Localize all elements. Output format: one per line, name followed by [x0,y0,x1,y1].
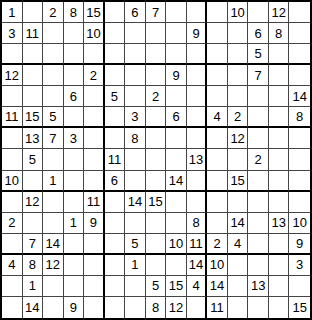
cell-r9c5[interactable] [84,171,105,192]
cell-r2c8[interactable] [146,23,167,44]
cell-r4c5: 2 [84,65,105,86]
cell-r3c14[interactable] [269,44,290,65]
cell-r4c12[interactable] [228,65,249,86]
cell-r4c1: 12 [2,65,23,86]
cell-r8c15[interactable] [289,149,310,170]
cell-r5c14[interactable] [269,86,290,107]
cell-r9c11[interactable] [207,171,228,192]
cell-r6c12: 2 [228,107,249,128]
cell-r14c3[interactable] [43,276,64,297]
cell-r12c14[interactable] [269,234,290,255]
cell-r2c10: 9 [187,23,208,44]
cell-r5c13[interactable] [248,86,269,107]
cell-r7c10[interactable] [187,128,208,149]
cell-r2c14: 8 [269,23,290,44]
cell-r8c14[interactable] [269,149,290,170]
cell-r9c6: 6 [105,171,126,192]
cell-r9c4[interactable] [64,171,85,192]
cell-r3c4[interactable] [64,44,85,65]
cell-r12c4[interactable] [64,234,85,255]
cell-r12c13[interactable] [248,234,269,255]
cell-r12c6[interactable] [105,234,126,255]
cell-r12c9: 10 [166,234,187,255]
cell-r1c11[interactable] [207,2,228,23]
cell-r10c6[interactable] [105,192,126,213]
cell-r6c5[interactable] [84,107,105,128]
cell-r7c13[interactable] [248,128,269,149]
cell-r8c8[interactable] [146,149,167,170]
cell-r1c6[interactable] [105,2,126,23]
cell-r12c3: 14 [43,234,64,255]
cell-r13c15: 3 [289,255,310,276]
cell-r2c12[interactable] [228,23,249,44]
cell-r6c4[interactable] [64,107,85,128]
cell-r6c13[interactable] [248,107,269,128]
cell-r15c1[interactable] [2,297,23,318]
cell-r5c10[interactable] [187,86,208,107]
cell-r14c10: 4 [187,276,208,297]
cell-r10c13[interactable] [248,192,269,213]
cell-r7c4: 3 [64,128,85,149]
cell-r9c12: 15 [228,171,249,192]
cell-r15c12[interactable] [228,297,249,318]
cell-r11c6[interactable] [105,213,126,234]
cell-r15c6[interactable] [105,297,126,318]
cell-r9c14[interactable] [269,171,290,192]
cell-r15c15: 15 [289,297,310,318]
cell-r7c2: 13 [23,128,44,149]
cell-r7c12: 12 [228,128,249,149]
cell-r10c9[interactable] [166,192,187,213]
cell-r1c1: 1 [2,2,23,23]
cell-r11c4: 1 [64,213,85,234]
cell-r12c15: 9 [289,234,310,255]
cell-r14c15[interactable] [289,276,310,297]
cell-r11c10: 8 [187,213,208,234]
cell-r4c7[interactable] [125,65,146,86]
cell-r3c2[interactable] [23,44,44,65]
cell-r11c13[interactable] [248,213,269,234]
cell-r9c9: 14 [166,171,187,192]
cell-r12c11: 2 [207,234,228,255]
cell-r6c9: 6 [166,107,187,128]
cell-r6c6[interactable] [105,107,126,128]
cell-r7c3: 7 [43,128,64,149]
cell-r2c13: 6 [248,23,269,44]
cell-r4c3[interactable] [43,65,64,86]
cell-r15c8: 8 [146,297,167,318]
cell-r11c14: 13 [269,213,290,234]
cell-r13c3: 12 [43,255,64,276]
cell-r14c5[interactable] [84,276,105,297]
cell-r5c12[interactable] [228,86,249,107]
cell-r11c2[interactable] [23,213,44,234]
cell-r3c5[interactable] [84,44,105,65]
cell-r3c3[interactable] [43,44,64,65]
cell-r2c9[interactable] [166,23,187,44]
cell-r10c7: 14 [125,192,146,213]
cell-r10c8: 15 [146,192,167,213]
cell-r5c9[interactable] [166,86,187,107]
cell-r6c3: 5 [43,107,64,128]
cell-r7c1[interactable] [2,128,23,149]
cell-r5c8: 2 [146,86,167,107]
cell-r15c3[interactable] [43,297,64,318]
cell-r5c4: 6 [64,86,85,107]
cell-r12c2: 7 [23,234,44,255]
cell-r11c12: 14 [228,213,249,234]
cell-r14c11: 14 [207,276,228,297]
cell-r13c6[interactable] [105,255,126,276]
cell-r7c7: 8 [125,128,146,149]
cell-r10c2: 12 [23,192,44,213]
cell-r5c6: 5 [105,86,126,107]
cell-r3c13: 5 [248,44,269,65]
cell-r14c7[interactable] [125,276,146,297]
cell-r14c14[interactable] [269,276,290,297]
cell-r1c2[interactable] [23,2,44,23]
cell-r1c9[interactable] [166,2,187,23]
sudoku-board: 1281567101231110968512297652141115536428… [0,0,312,320]
cell-r4c2[interactable] [23,65,44,86]
cell-r1c10[interactable] [187,2,208,23]
cell-r10c3[interactable] [43,192,64,213]
cell-r10c11[interactable] [207,192,228,213]
cell-r8c5[interactable] [84,149,105,170]
cell-r7c6[interactable] [105,128,126,149]
cell-r7c15[interactable] [289,128,310,149]
cell-r4c14[interactable] [269,65,290,86]
cell-r1c15[interactable] [289,2,310,23]
cell-r3c6[interactable] [105,44,126,65]
cell-r3c8[interactable] [146,44,167,65]
cell-r2c1: 3 [2,23,23,44]
cell-r2c6[interactable] [105,23,126,44]
cell-r13c9[interactable] [166,255,187,276]
cell-r8c2: 5 [23,149,44,170]
cell-r13c12[interactable] [228,255,249,276]
cell-r9c3: 1 [43,171,64,192]
cell-r9c10[interactable] [187,171,208,192]
cell-r15c10[interactable] [187,297,208,318]
cell-r4c11[interactable] [207,65,228,86]
cell-r13c7: 1 [125,255,146,276]
cell-r8c4[interactable] [64,149,85,170]
cell-r13c5[interactable] [84,255,105,276]
cell-r8c10: 13 [187,149,208,170]
cell-r14c6[interactable] [105,276,126,297]
cell-r2c5: 10 [84,23,105,44]
cell-r14c2: 1 [23,276,44,297]
cell-r6c2: 15 [23,107,44,128]
cell-r15c2: 14 [23,297,44,318]
cell-r15c9: 12 [166,297,187,318]
cell-r6c14[interactable] [269,107,290,128]
cell-r9c8[interactable] [146,171,167,192]
cell-r2c3[interactable] [43,23,64,44]
cell-r11c5: 9 [84,213,105,234]
cell-r12c1[interactable] [2,234,23,255]
cell-r2c7[interactable] [125,23,146,44]
cell-r3c9[interactable] [166,44,187,65]
cell-r8c1[interactable] [2,149,23,170]
cell-r8c3[interactable] [43,149,64,170]
cell-r3c10[interactable] [187,44,208,65]
cell-r5c7[interactable] [125,86,146,107]
cell-r5c11[interactable] [207,86,228,107]
cell-r13c14[interactable] [269,255,290,276]
cell-r3c15[interactable] [289,44,310,65]
cell-r2c2: 11 [23,23,44,44]
cell-r3c1[interactable] [2,44,23,65]
cell-r13c13[interactable] [248,255,269,276]
cell-r1c14: 12 [269,2,290,23]
cell-r13c2: 8 [23,255,44,276]
cell-r11c9[interactable] [166,213,187,234]
cell-r4c13: 7 [248,65,269,86]
cell-r10c5: 11 [84,192,105,213]
cell-r10c15[interactable] [289,192,310,213]
cell-r14c4[interactable] [64,276,85,297]
cell-r15c5[interactable] [84,297,105,318]
cell-r9c7[interactable] [125,171,146,192]
cell-r13c8[interactable] [146,255,167,276]
cell-r10c4[interactable] [64,192,85,213]
cell-r5c3[interactable] [43,86,64,107]
cell-r15c13[interactable] [248,297,269,318]
cell-r6c7: 3 [125,107,146,128]
cell-r1c3: 2 [43,2,64,23]
cell-r14c1[interactable] [2,276,23,297]
cell-r1c7: 6 [125,2,146,23]
cell-r5c5[interactable] [84,86,105,107]
cell-r3c12[interactable] [228,44,249,65]
cell-r13c4[interactable] [64,255,85,276]
cell-r12c7: 5 [125,234,146,255]
cell-r14c13: 13 [248,276,269,297]
cell-r3c7[interactable] [125,44,146,65]
cell-r6c8[interactable] [146,107,167,128]
cell-r1c5: 15 [84,2,105,23]
cell-r12c8[interactable] [146,234,167,255]
cell-r11c15: 10 [289,213,310,234]
cell-r4c6[interactable] [105,65,126,86]
cell-r13c11: 10 [207,255,228,276]
cell-r13c1: 4 [2,255,23,276]
cell-r8c12[interactable] [228,149,249,170]
cell-r1c8: 7 [146,2,167,23]
cell-r4c15[interactable] [289,65,310,86]
cell-r7c5[interactable] [84,128,105,149]
cell-r11c1: 2 [2,213,23,234]
cell-r6c1: 11 [2,107,23,128]
cell-r4c10[interactable] [187,65,208,86]
cell-r4c9: 9 [166,65,187,86]
cell-r10c1[interactable] [2,192,23,213]
cell-r4c8[interactable] [146,65,167,86]
cell-r10c12[interactable] [228,192,249,213]
cell-r15c7[interactable] [125,297,146,318]
cell-r9c1: 10 [2,171,23,192]
cell-r9c13[interactable] [248,171,269,192]
cell-r7c8[interactable] [146,128,167,149]
cell-r15c11: 11 [207,297,228,318]
cell-r9c15[interactable] [289,171,310,192]
cell-r2c4[interactable] [64,23,85,44]
cell-r2c11[interactable] [207,23,228,44]
cell-r12c12: 4 [228,234,249,255]
cell-r13c10: 14 [187,255,208,276]
cell-r14c12[interactable] [228,276,249,297]
cell-r6c11: 4 [207,107,228,128]
cell-r6c15: 8 [289,107,310,128]
cell-r15c4: 9 [64,297,85,318]
cell-r11c11[interactable] [207,213,228,234]
cell-r10c10[interactable] [187,192,208,213]
cell-r5c2[interactable] [23,86,44,107]
cell-r10c14[interactable] [269,192,290,213]
cell-r8c11[interactable] [207,149,228,170]
cell-r9c2[interactable] [23,171,44,192]
cell-r14c8: 5 [146,276,167,297]
cell-r5c1[interactable] [2,86,23,107]
cell-r8c7[interactable] [125,149,146,170]
cell-r11c7[interactable] [125,213,146,234]
cell-r1c4: 8 [64,2,85,23]
cell-r12c10: 11 [187,234,208,255]
cell-r11c8[interactable] [146,213,167,234]
cell-r7c11[interactable] [207,128,228,149]
cell-r8c13: 2 [248,149,269,170]
cell-r7c9[interactable] [166,128,187,149]
cell-r1c12: 10 [228,2,249,23]
cell-r8c6: 11 [105,149,126,170]
cell-r7c14[interactable] [269,128,290,149]
cell-r5c15: 14 [289,86,310,107]
cell-r3c11[interactable] [207,44,228,65]
cell-r15c14[interactable] [269,297,290,318]
cell-r11c3[interactable] [43,213,64,234]
cell-r12c5[interactable] [84,234,105,255]
cell-r2c15[interactable] [289,23,310,44]
cell-r14c9: 15 [166,276,187,297]
cell-r4c4[interactable] [64,65,85,86]
cell-r6c10[interactable] [187,107,208,128]
cell-r8c9[interactable] [166,149,187,170]
cell-r1c13[interactable] [248,2,269,23]
